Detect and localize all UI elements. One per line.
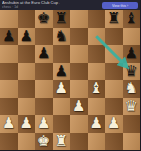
square-e3[interactable]: ♟ (70, 98, 88, 116)
piece-white-queen[interactable]: ♛ (125, 99, 138, 114)
square-f2[interactable]: ♟ (88, 115, 106, 133)
square-d4[interactable]: ♟ (53, 80, 71, 98)
square-d3[interactable] (53, 98, 71, 116)
square-d2[interactable] (53, 115, 71, 133)
piece-black-pawn[interactable]: ♟ (125, 46, 138, 61)
piece-white-pawn[interactable]: ♟ (2, 116, 15, 131)
square-f1[interactable] (88, 133, 106, 151)
square-h7[interactable] (123, 28, 141, 46)
view-puzzle-button[interactable]: View this › (102, 2, 138, 9)
square-g3[interactable] (105, 98, 123, 116)
piece-black-knight[interactable]: ♞ (55, 29, 68, 44)
piece-white-pawn[interactable]: ♟ (107, 116, 120, 131)
view-puzzle-button-label: View this › (112, 3, 128, 7)
square-b3[interactable] (18, 98, 36, 116)
square-c3[interactable] (35, 98, 53, 116)
square-b5[interactable] (18, 63, 36, 81)
square-c7[interactable] (35, 28, 53, 46)
piece-white-pawn[interactable]: ♟ (72, 99, 85, 114)
square-h4[interactable]: ♞ (123, 80, 141, 98)
square-d7[interactable]: ♞ (53, 28, 71, 46)
piece-white-rook[interactable]: ♜ (55, 134, 68, 149)
piece-black-rook[interactable]: ♜ (107, 11, 120, 26)
piece-black-king[interactable]: ♚ (37, 11, 50, 26)
piece-black-rook[interactable]: ♜ (55, 11, 68, 26)
square-a1[interactable] (0, 133, 18, 151)
square-f4[interactable]: ♝ (88, 80, 106, 98)
piece-white-pawn[interactable]: ♟ (55, 81, 68, 96)
square-a3[interactable] (0, 98, 18, 116)
square-c5[interactable] (35, 63, 53, 81)
piece-white-pawn[interactable]: ♟ (90, 116, 103, 131)
square-a6[interactable] (0, 45, 18, 63)
chess-board: ♚♜♜♝♟♟♞♟♟♟♛♟♝♞♟♛♟♟♟♟♟♚♜ (0, 10, 140, 150)
square-c1[interactable]: ♚ (35, 133, 53, 151)
square-g7[interactable] (105, 28, 123, 46)
piece-white-pawn[interactable]: ♟ (37, 116, 50, 131)
square-g4[interactable] (105, 80, 123, 98)
piece-white-bishop[interactable]: ♝ (90, 81, 103, 96)
piece-black-pawn[interactable]: ♟ (20, 29, 33, 44)
square-e4[interactable] (70, 80, 88, 98)
square-f6[interactable] (88, 45, 106, 63)
piece-white-pawn[interactable]: ♟ (20, 116, 33, 131)
square-c4[interactable] (35, 80, 53, 98)
square-h3[interactable]: ♛ (123, 98, 141, 116)
square-b8[interactable] (18, 10, 36, 28)
square-h2[interactable] (123, 115, 141, 133)
square-f3[interactable] (88, 98, 106, 116)
square-a2[interactable]: ♟ (0, 115, 18, 133)
square-e5[interactable] (70, 63, 88, 81)
square-e8[interactable] (70, 10, 88, 28)
square-e2[interactable] (70, 115, 88, 133)
square-a8[interactable] (0, 10, 18, 28)
square-h6[interactable]: ♟ (123, 45, 141, 63)
square-c2[interactable]: ♟ (35, 115, 53, 133)
square-a7[interactable]: ♟ (0, 28, 18, 46)
square-b4[interactable] (18, 80, 36, 98)
square-g2[interactable]: ♟ (105, 115, 123, 133)
square-g8[interactable]: ♜ (105, 10, 123, 28)
square-e6[interactable] (70, 45, 88, 63)
puzzle-subtitle: chess · 1d (2, 6, 59, 9)
piece-black-bishop[interactable]: ♝ (125, 11, 138, 26)
square-d8[interactable]: ♜ (53, 10, 71, 28)
square-b1[interactable] (18, 133, 36, 151)
square-g5[interactable] (105, 63, 123, 81)
square-h1[interactable] (123, 133, 141, 151)
square-a4[interactable] (0, 80, 18, 98)
header-text: Anshubin at the Euro Club Cup - White to… (2, 1, 59, 9)
piece-white-king[interactable]: ♚ (37, 134, 50, 149)
piece-white-knight[interactable]: ♞ (125, 81, 138, 96)
piece-black-pawn[interactable]: ♟ (55, 64, 68, 79)
square-d5[interactable]: ♟ (53, 63, 71, 81)
square-f5[interactable] (88, 63, 106, 81)
square-e7[interactable] (70, 28, 88, 46)
square-c6[interactable]: ♟ (35, 45, 53, 63)
square-g6[interactable] (105, 45, 123, 63)
square-f7[interactable] (88, 28, 106, 46)
square-f8[interactable] (88, 10, 106, 28)
square-e1[interactable] (70, 133, 88, 151)
square-g1[interactable] (105, 133, 123, 151)
square-c8[interactable]: ♚ (35, 10, 53, 28)
piece-black-pawn[interactable]: ♟ (37, 46, 50, 61)
square-d1[interactable]: ♜ (53, 133, 71, 151)
square-d6[interactable] (53, 45, 71, 63)
square-a5[interactable] (0, 63, 18, 81)
square-h8[interactable]: ♝ (123, 10, 141, 28)
square-b6[interactable] (18, 45, 36, 63)
piece-black-queen[interactable]: ♛ (125, 64, 138, 79)
piece-black-pawn[interactable]: ♟ (2, 29, 15, 44)
square-b7[interactable]: ♟ (18, 28, 36, 46)
square-h5[interactable]: ♛ (123, 63, 141, 81)
chess-puzzle-embed: Anshubin at the Euro Club Cup - White to… (0, 0, 140, 150)
square-b2[interactable]: ♟ (18, 115, 36, 133)
